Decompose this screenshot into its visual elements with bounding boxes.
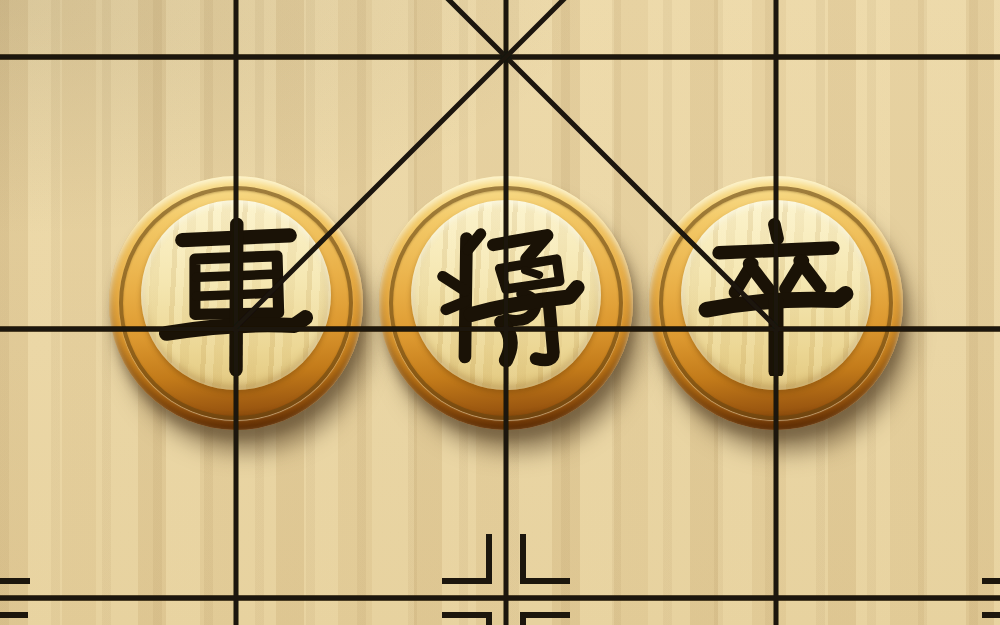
xiangqi-board-screenshot: [0, 0, 1000, 625]
point-markers: [0, 534, 1000, 625]
horizontal-lines: [0, 57, 1000, 598]
board-grid: [0, 0, 1000, 625]
vertical-lines: [236, 0, 776, 625]
